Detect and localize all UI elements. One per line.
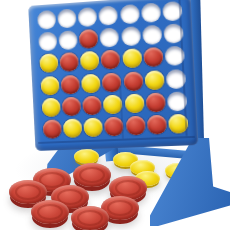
cell-r1c3[interactable] — [77, 5, 99, 29]
loose-red-disc[interactable] — [31, 200, 69, 224]
red-board-disc — [60, 52, 79, 72]
cell-r6c6[interactable] — [145, 113, 168, 136]
yellow-board-disc — [40, 76, 59, 96]
yellow-board-disc — [122, 49, 142, 69]
cell-r6c1[interactable] — [42, 118, 63, 141]
red-board-disc — [43, 120, 62, 139]
yellow-board-disc — [124, 93, 144, 113]
cell-r5c2[interactable] — [61, 95, 83, 118]
red-board-disc — [62, 97, 81, 117]
hole — [120, 4, 140, 24]
game-board — [28, 0, 198, 151]
cell-r3c4[interactable] — [100, 48, 122, 72]
connect-four-photo — [0, 0, 230, 230]
cell-r4c6[interactable] — [143, 68, 166, 92]
red-board-disc — [61, 74, 80, 94]
cell-r6c2[interactable] — [62, 117, 84, 140]
cell-r1c1[interactable] — [36, 8, 57, 31]
red-board-disc — [125, 116, 145, 136]
cell-r2c2[interactable] — [57, 28, 79, 51]
hole — [100, 27, 120, 47]
hole — [141, 2, 161, 22]
cell-r5c1[interactable] — [40, 96, 61, 119]
cell-r4c3[interactable] — [80, 72, 102, 95]
yellow-board-disc — [84, 118, 104, 138]
red-board-disc — [79, 29, 99, 49]
cell-r3c3[interactable] — [79, 49, 101, 72]
yellow-board-disc — [63, 119, 82, 139]
yellow-board-disc — [144, 70, 164, 90]
cell-r2c4[interactable] — [99, 26, 121, 50]
hole — [59, 30, 78, 50]
yellow-board-disc — [42, 98, 61, 118]
yellow-board-disc — [81, 73, 101, 93]
yellow-board-disc — [39, 54, 58, 74]
cell-r5c5[interactable] — [123, 92, 145, 115]
loose-red-disc[interactable] — [71, 206, 109, 230]
cell-r2c1[interactable] — [37, 30, 58, 53]
cell-r3c1[interactable] — [38, 52, 59, 75]
loose-yellow-disc[interactable] — [74, 149, 99, 164]
cell-r3c2[interactable] — [59, 51, 81, 74]
hole — [99, 5, 119, 25]
hole — [121, 26, 141, 46]
hole — [38, 32, 57, 52]
cell-r1c6[interactable] — [140, 0, 163, 24]
cell-r2c6[interactable] — [141, 23, 164, 47]
cell-r5c3[interactable] — [81, 94, 103, 117]
cell-r3c6[interactable] — [142, 46, 165, 70]
cell-r1c5[interactable] — [118, 2, 140, 26]
loose-red-disc[interactable] — [73, 163, 111, 187]
cell-r4c5[interactable] — [122, 69, 144, 93]
hole — [142, 25, 162, 45]
cell-r4c2[interactable] — [60, 73, 82, 96]
board-grid — [36, 0, 190, 141]
cell-r5c6[interactable] — [144, 91, 167, 115]
cell-r6c3[interactable] — [83, 116, 105, 139]
cell-r4c1[interactable] — [39, 74, 60, 97]
cell-r2c3[interactable] — [78, 27, 100, 50]
cell-r3c5[interactable] — [121, 47, 143, 71]
cell-r6c5[interactable] — [124, 114, 146, 137]
red-board-disc — [145, 92, 165, 112]
hole — [57, 8, 76, 28]
cell-r2c5[interactable] — [120, 24, 142, 48]
hole — [37, 10, 56, 30]
yellow-board-disc — [80, 51, 100, 71]
cell-r1c2[interactable] — [56, 6, 78, 29]
red-board-disc — [123, 71, 143, 91]
red-board-disc — [143, 47, 163, 67]
hole — [78, 7, 98, 27]
red-board-disc — [147, 115, 167, 135]
red-board-disc — [83, 96, 103, 116]
red-board-disc — [101, 50, 121, 70]
cell-r1c4[interactable] — [98, 3, 120, 27]
